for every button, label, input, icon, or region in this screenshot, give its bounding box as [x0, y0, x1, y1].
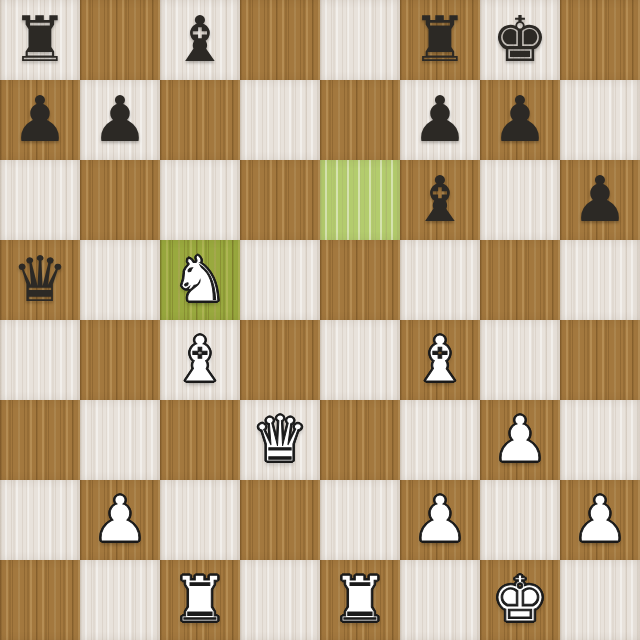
- square-h4[interactable]: [560, 320, 640, 400]
- square-b6[interactable]: [80, 160, 160, 240]
- square-a6[interactable]: [0, 160, 80, 240]
- square-e7[interactable]: [320, 80, 400, 160]
- square-g5[interactable]: [480, 240, 560, 320]
- chess-board: ♜♝♜♚♟♟♟♟♝♟♛♞♝♝♛♟♟♟♟♜♜♚: [0, 0, 640, 640]
- white-knight-piece-c5[interactable]: ♞: [160, 240, 240, 320]
- square-f5[interactable]: [400, 240, 480, 320]
- square-a3[interactable]: [0, 400, 80, 480]
- square-e1[interactable]: ♜: [320, 560, 400, 640]
- square-g2[interactable]: [480, 480, 560, 560]
- white-pawn-piece-f2[interactable]: ♟: [400, 480, 480, 560]
- square-h1[interactable]: [560, 560, 640, 640]
- square-e6[interactable]: [320, 160, 400, 240]
- white-king-piece-g1[interactable]: ♚: [480, 560, 560, 640]
- white-bishop-piece-c4[interactable]: ♝: [160, 320, 240, 400]
- square-d2[interactable]: [240, 480, 320, 560]
- square-b7[interactable]: ♟: [80, 80, 160, 160]
- square-e3[interactable]: [320, 400, 400, 480]
- square-h3[interactable]: [560, 400, 640, 480]
- square-a1[interactable]: [0, 560, 80, 640]
- square-f3[interactable]: [400, 400, 480, 480]
- white-rook-piece-c1[interactable]: ♜: [160, 560, 240, 640]
- black-pawn-piece-b7[interactable]: ♟: [80, 80, 160, 160]
- white-queen-piece-d3[interactable]: ♛: [240, 400, 320, 480]
- square-a4[interactable]: [0, 320, 80, 400]
- square-g8[interactable]: ♚: [480, 0, 560, 80]
- square-c1[interactable]: ♜: [160, 560, 240, 640]
- square-d8[interactable]: [240, 0, 320, 80]
- square-h6[interactable]: ♟: [560, 160, 640, 240]
- white-pawn-piece-h2[interactable]: ♟: [560, 480, 640, 560]
- black-rook-piece-f8[interactable]: ♜: [400, 0, 480, 80]
- square-g1[interactable]: ♚: [480, 560, 560, 640]
- square-b8[interactable]: [80, 0, 160, 80]
- square-b2[interactable]: ♟: [80, 480, 160, 560]
- square-g6[interactable]: [480, 160, 560, 240]
- square-f4[interactable]: ♝: [400, 320, 480, 400]
- square-a2[interactable]: [0, 480, 80, 560]
- white-rook-piece-e1[interactable]: ♜: [320, 560, 400, 640]
- square-b1[interactable]: [80, 560, 160, 640]
- black-bishop-piece-f6[interactable]: ♝: [400, 160, 480, 240]
- square-d3[interactable]: ♛: [240, 400, 320, 480]
- square-b4[interactable]: [80, 320, 160, 400]
- square-c6[interactable]: [160, 160, 240, 240]
- black-pawn-piece-a7[interactable]: ♟: [0, 80, 80, 160]
- square-a7[interactable]: ♟: [0, 80, 80, 160]
- black-rook-piece-a8[interactable]: ♜: [0, 0, 80, 80]
- black-king-piece-g8[interactable]: ♚: [480, 0, 560, 80]
- square-c7[interactable]: [160, 80, 240, 160]
- square-d6[interactable]: [240, 160, 320, 240]
- square-d1[interactable]: [240, 560, 320, 640]
- square-g3[interactable]: ♟: [480, 400, 560, 480]
- square-h8[interactable]: [560, 0, 640, 80]
- square-g4[interactable]: [480, 320, 560, 400]
- square-c4[interactable]: ♝: [160, 320, 240, 400]
- square-d7[interactable]: [240, 80, 320, 160]
- square-f7[interactable]: ♟: [400, 80, 480, 160]
- white-pawn-piece-g3[interactable]: ♟: [480, 400, 560, 480]
- square-e2[interactable]: [320, 480, 400, 560]
- square-h5[interactable]: [560, 240, 640, 320]
- black-queen-piece-a5[interactable]: ♛: [0, 240, 80, 320]
- square-f8[interactable]: ♜: [400, 0, 480, 80]
- black-pawn-piece-h6[interactable]: ♟: [560, 160, 640, 240]
- square-f1[interactable]: [400, 560, 480, 640]
- white-bishop-piece-f4[interactable]: ♝: [400, 320, 480, 400]
- square-e5[interactable]: [320, 240, 400, 320]
- square-h7[interactable]: [560, 80, 640, 160]
- white-pawn-piece-b2[interactable]: ♟: [80, 480, 160, 560]
- square-e8[interactable]: [320, 0, 400, 80]
- square-f2[interactable]: ♟: [400, 480, 480, 560]
- square-d5[interactable]: [240, 240, 320, 320]
- square-h2[interactable]: ♟: [560, 480, 640, 560]
- square-c3[interactable]: [160, 400, 240, 480]
- black-pawn-piece-g7[interactable]: ♟: [480, 80, 560, 160]
- square-a5[interactable]: ♛: [0, 240, 80, 320]
- square-b3[interactable]: [80, 400, 160, 480]
- square-b5[interactable]: [80, 240, 160, 320]
- black-bishop-piece-c8[interactable]: ♝: [160, 0, 240, 80]
- square-g7[interactable]: ♟: [480, 80, 560, 160]
- square-c2[interactable]: [160, 480, 240, 560]
- square-a8[interactable]: ♜: [0, 0, 80, 80]
- square-d4[interactable]: [240, 320, 320, 400]
- square-c5[interactable]: ♞: [160, 240, 240, 320]
- square-f6[interactable]: ♝: [400, 160, 480, 240]
- square-c8[interactable]: ♝: [160, 0, 240, 80]
- square-e4[interactable]: [320, 320, 400, 400]
- black-pawn-piece-f7[interactable]: ♟: [400, 80, 480, 160]
